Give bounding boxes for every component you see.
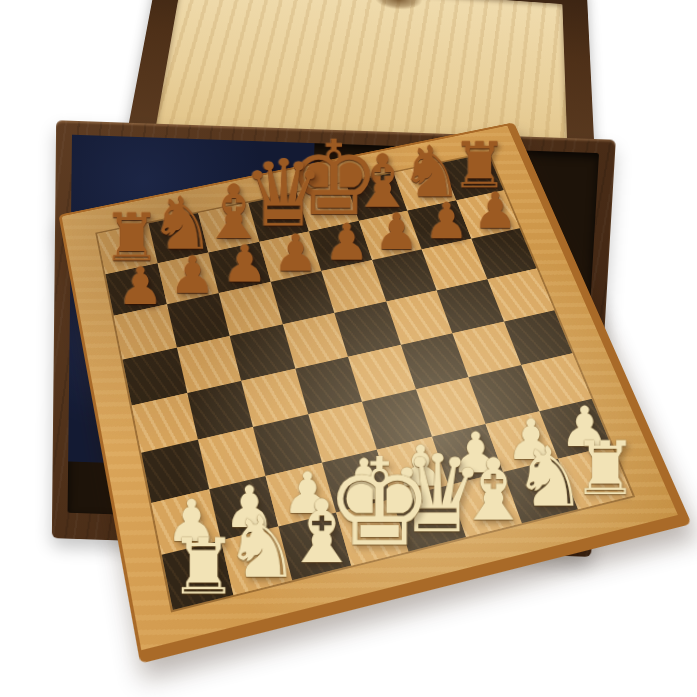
brown-pawn[interactable]: ♟ — [170, 251, 216, 298]
brown-pawn[interactable]: ♟ — [324, 219, 369, 266]
square-b5[interactable] — [176, 336, 241, 393]
square-c7[interactable]: ♟ — [208, 242, 270, 294]
brown-pawn[interactable]: ♟ — [473, 188, 518, 234]
brown-pawn[interactable]: ♟ — [273, 230, 319, 277]
brown-pawn[interactable]: ♟ — [424, 198, 469, 244]
square-a5[interactable] — [123, 348, 187, 405]
board-grid: ♜♞♝♛♚♝♞♜♟♟♟♟♟♟♟♟♟♟♟♟♟♟♟♟♜♞♝♚♛♝♞♜ — [97, 153, 632, 610]
white-rook[interactable]: ♜ — [168, 532, 237, 603]
square-a1[interactable]: ♜ — [162, 541, 233, 610]
chess-set-photo: ♜♞♝♛♚♝♞♜♟♟♟♟♟♟♟♟♟♟♟♟♟♟♟♟♜♞♝♚♛♝♞♜ — [0, 0, 697, 697]
square-b6[interactable] — [167, 293, 230, 347]
square-d7[interactable]: ♟ — [259, 231, 321, 282]
square-b7[interactable]: ♟ — [157, 252, 219, 304]
square-h4[interactable] — [503, 310, 572, 365]
square-a7[interactable]: ♟ — [105, 263, 166, 316]
brown-pawn[interactable]: ♟ — [222, 240, 268, 287]
brown-pawn[interactable]: ♟ — [117, 262, 164, 310]
brown-pawn[interactable]: ♟ — [374, 208, 419, 254]
